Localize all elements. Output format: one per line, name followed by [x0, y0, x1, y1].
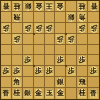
- board-cell-8b[interactable]: 飛: [12, 12, 23, 23]
- piece-sente-knight[interactable]: 桂: [12, 89, 22, 99]
- star-point: [65, 33, 67, 35]
- piece-sente-silver[interactable]: 銀: [56, 77, 66, 87]
- board-cell-9f[interactable]: [1, 55, 12, 66]
- piece-gote-gold[interactable]: 金: [34, 1, 44, 11]
- board-cell-5c[interactable]: 歩: [45, 23, 56, 34]
- piece-sente-pawn[interactable]: 歩: [12, 66, 22, 76]
- piece-gote-pawn[interactable]: 歩: [77, 23, 87, 33]
- board-cell-8g[interactable]: 歩: [12, 66, 23, 77]
- board-cell-6b[interactable]: [34, 12, 45, 23]
- piece-sente-silver[interactable]: 銀: [23, 89, 33, 99]
- board-cell-2c[interactable]: 歩: [77, 23, 88, 34]
- board-cell-5i[interactable]: 玉: [45, 88, 56, 99]
- board-cell-5h[interactable]: [45, 77, 56, 88]
- piece-sente-pawn[interactable]: 歩: [23, 55, 33, 65]
- piece-gote-pawn[interactable]: 歩: [1, 23, 11, 33]
- board-cell-2b[interactable]: 角: [77, 12, 88, 23]
- board-cell-3c[interactable]: [66, 23, 77, 34]
- board-cell-9g[interactable]: 歩: [1, 66, 12, 77]
- board-cell-5f[interactable]: [45, 55, 56, 66]
- board-cell-9b[interactable]: [1, 12, 12, 23]
- star-point: [33, 33, 35, 35]
- board-cell-6i[interactable]: 金: [34, 88, 45, 99]
- piece-gote-pawn[interactable]: 歩: [23, 23, 33, 33]
- board-cell-4e[interactable]: [55, 45, 66, 56]
- board-cell-9e[interactable]: [1, 45, 12, 56]
- board-cell-1f[interactable]: [88, 55, 99, 66]
- board-cell-8e[interactable]: [12, 45, 23, 56]
- board-cell-9i[interactable]: 香: [1, 88, 12, 99]
- board-cell-1e[interactable]: [88, 45, 99, 56]
- shogi-board: 香桂銀金王金桂香飛銀角歩歩歩歩歩歩歩歩歩歩歩歩歩歩歩歩歩歩角銀飛香桂銀金玉金桂香: [0, 0, 100, 100]
- board-cell-9a[interactable]: 香: [1, 1, 12, 12]
- board-cell-6e[interactable]: [34, 45, 45, 56]
- star-point: [33, 65, 35, 67]
- piece-gote-pawn[interactable]: 歩: [34, 23, 44, 33]
- board-cell-7e[interactable]: [23, 45, 34, 56]
- board-cell-5e[interactable]: [45, 45, 56, 56]
- board-cell-2g[interactable]: [77, 66, 88, 77]
- board-cell-2i[interactable]: 桂: [77, 88, 88, 99]
- piece-sente-pawn[interactable]: 歩: [34, 66, 44, 76]
- piece-sente-pawn[interactable]: 歩: [45, 66, 55, 76]
- board-cell-6d[interactable]: [34, 34, 45, 45]
- piece-gote-knight[interactable]: 桂: [77, 1, 87, 11]
- board-cell-6h[interactable]: [34, 77, 45, 88]
- board-cell-2d[interactable]: [77, 34, 88, 45]
- board-cell-8f[interactable]: [12, 55, 23, 66]
- board-cell-1i[interactable]: 香: [88, 88, 99, 99]
- board-cell-8c[interactable]: [12, 23, 23, 34]
- board-cell-4d[interactable]: 歩: [55, 34, 66, 45]
- piece-sente-knight[interactable]: 桂: [77, 89, 87, 99]
- board-cell-5d[interactable]: [45, 34, 56, 45]
- board-cell-9d[interactable]: [1, 34, 12, 45]
- piece-sente-pawn[interactable]: 歩: [56, 55, 66, 65]
- board-cell-7d[interactable]: [23, 34, 34, 45]
- board-cell-7i[interactable]: 銀: [23, 88, 34, 99]
- board-cell-3i[interactable]: [66, 88, 77, 99]
- piece-gote-pawn[interactable]: 歩: [12, 34, 22, 44]
- board-cell-7g[interactable]: [23, 66, 34, 77]
- board-cell-5b[interactable]: [45, 12, 56, 23]
- board-cell-4g[interactable]: [55, 66, 66, 77]
- piece-gote-pawn[interactable]: 歩: [56, 34, 66, 44]
- board-cell-9h[interactable]: [1, 77, 12, 88]
- board-cell-9c[interactable]: 歩: [1, 23, 12, 34]
- board-cell-3d[interactable]: 歩: [66, 34, 77, 45]
- board-cell-6a[interactable]: 金: [34, 1, 45, 12]
- board-cell-1d[interactable]: [88, 34, 99, 45]
- board-cell-8d[interactable]: 歩: [12, 34, 23, 45]
- board-cell-3f[interactable]: [66, 55, 77, 66]
- board-cell-7a[interactable]: 銀: [23, 1, 34, 12]
- piece-sente-pawn[interactable]: 歩: [66, 66, 76, 76]
- board-cell-1h[interactable]: [88, 77, 99, 88]
- screenshot-stage: 香桂銀金王金桂香飛銀角歩歩歩歩歩歩歩歩歩歩歩歩歩歩歩歩歩歩角銀飛香桂銀金玉金桂香: [0, 0, 100, 100]
- piece-gote-rook[interactable]: 飛: [12, 12, 22, 22]
- piece-gote-knight[interactable]: 桂: [12, 1, 22, 11]
- board-cell-2h[interactable]: 飛: [77, 77, 88, 88]
- board-cell-4b[interactable]: [55, 12, 66, 23]
- board-cell-3e[interactable]: [66, 45, 77, 56]
- board-cell-6c[interactable]: 歩: [34, 23, 45, 34]
- piece-sente-gold[interactable]: 金: [56, 89, 66, 99]
- board-cell-6g[interactable]: 歩: [34, 66, 45, 77]
- board-cell-3g[interactable]: 歩: [66, 66, 77, 77]
- board-cell-8h[interactable]: 角: [12, 77, 23, 88]
- piece-gote-king[interactable]: 王: [45, 1, 55, 11]
- board-cell-2f[interactable]: 歩: [77, 55, 88, 66]
- piece-gote-bishop[interactable]: 角: [77, 12, 87, 22]
- board-cell-1c[interactable]: 歩: [88, 23, 99, 34]
- piece-gote-pawn[interactable]: 歩: [45, 23, 55, 33]
- piece-gote-lance[interactable]: 香: [89, 1, 99, 11]
- board-cell-3h[interactable]: [66, 77, 77, 88]
- board-cell-6f[interactable]: [34, 55, 45, 66]
- board-cell-1a[interactable]: 香: [88, 1, 99, 12]
- piece-sente-king[interactable]: 玉: [45, 89, 55, 99]
- board-cell-8a[interactable]: 桂: [12, 1, 23, 12]
- piece-sente-pawn[interactable]: 歩: [1, 66, 11, 76]
- piece-gote-lance[interactable]: 香: [1, 1, 11, 11]
- board-cell-2a[interactable]: 桂: [77, 1, 88, 12]
- piece-gote-pawn[interactable]: 歩: [89, 23, 99, 33]
- piece-sente-lance[interactable]: 香: [1, 89, 11, 99]
- piece-gote-silver[interactable]: 銀: [23, 1, 33, 11]
- star-point: [65, 65, 67, 67]
- piece-gote-silver[interactable]: 銀: [66, 12, 76, 22]
- board-cell-1g[interactable]: 歩: [88, 66, 99, 77]
- piece-gote-gold[interactable]: 金: [56, 1, 66, 11]
- piece-sente-pawn[interactable]: 歩: [77, 55, 87, 65]
- piece-gote-pawn[interactable]: 歩: [66, 34, 76, 44]
- board-cell-4h[interactable]: 銀: [55, 77, 66, 88]
- board-cell-5a[interactable]: 王: [45, 1, 56, 12]
- board-cell-8i[interactable]: 桂: [12, 88, 23, 99]
- board-cell-2e[interactable]: [77, 45, 88, 56]
- piece-sente-bishop[interactable]: 角: [12, 77, 22, 87]
- piece-sente-rook[interactable]: 飛: [77, 77, 87, 87]
- board-cell-3a[interactable]: [66, 1, 77, 12]
- piece-sente-pawn[interactable]: 歩: [89, 66, 99, 76]
- piece-sente-gold[interactable]: 金: [34, 89, 44, 99]
- board-cell-7h[interactable]: [23, 77, 34, 88]
- piece-sente-lance[interactable]: 香: [89, 89, 99, 99]
- board-cell-4i[interactable]: 金: [55, 88, 66, 99]
- board-cell-7b[interactable]: [23, 12, 34, 23]
- board-cell-5g[interactable]: 歩: [45, 66, 56, 77]
- board-cell-1b[interactable]: [88, 12, 99, 23]
- board-cell-4a[interactable]: 金: [55, 1, 66, 12]
- board-cell-3b[interactable]: 銀: [66, 12, 77, 23]
